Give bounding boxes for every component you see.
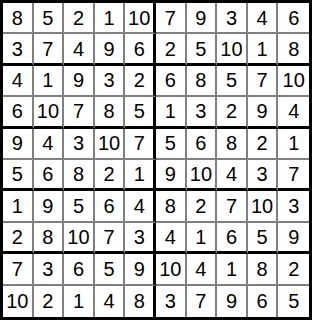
- cell-r6c4[interactable]: 2: [95, 160, 126, 191]
- cell-r1c6[interactable]: 7: [156, 3, 187, 34]
- cell-r3c9[interactable]: 7: [248, 66, 279, 97]
- cell-r1c4[interactable]: 1: [95, 3, 126, 34]
- cell-r5c4[interactable]: 10: [95, 129, 126, 160]
- cell-r8c5[interactable]: 3: [125, 223, 156, 254]
- cell-r10c1[interactable]: 10: [3, 286, 34, 317]
- cell-r7c4[interactable]: 6: [95, 191, 126, 222]
- cell-r4c3[interactable]: 7: [64, 97, 95, 128]
- cell-r5c5[interactable]: 7: [125, 129, 156, 160]
- cell-r10c6[interactable]: 3: [156, 286, 187, 317]
- cell-r2c8[interactable]: 10: [217, 34, 248, 65]
- cell-r9c10[interactable]: 2: [278, 254, 309, 285]
- cell-r2c6[interactable]: 2: [156, 34, 187, 65]
- cell-r6c3[interactable]: 8: [64, 160, 95, 191]
- cell-r2c3[interactable]: 4: [64, 34, 95, 65]
- cell-r6c2[interactable]: 6: [34, 160, 65, 191]
- cell-r9c8[interactable]: 1: [217, 254, 248, 285]
- cell-r9c1[interactable]: 7: [3, 254, 34, 285]
- cell-r2c9[interactable]: 1: [248, 34, 279, 65]
- cell-r4c7[interactable]: 3: [187, 97, 218, 128]
- cell-r3c8[interactable]: 5: [217, 66, 248, 97]
- cell-r8c6[interactable]: 4: [156, 223, 187, 254]
- cell-r6c6[interactable]: 9: [156, 160, 187, 191]
- cell-r10c3[interactable]: 1: [64, 286, 95, 317]
- cell-r1c1[interactable]: 8: [3, 3, 34, 34]
- cell-r2c10[interactable]: 8: [278, 34, 309, 65]
- cell-r10c9[interactable]: 6: [248, 286, 279, 317]
- cell-r1c7[interactable]: 9: [187, 3, 218, 34]
- cell-r8c7[interactable]: 1: [187, 223, 218, 254]
- cell-r5c1[interactable]: 9: [3, 129, 34, 160]
- cell-r8c4[interactable]: 7: [95, 223, 126, 254]
- cell-r8c9[interactable]: 5: [248, 223, 279, 254]
- cell-r2c4[interactable]: 9: [95, 34, 126, 65]
- cell-r4c6[interactable]: 1: [156, 97, 187, 128]
- cell-r5c3[interactable]: 3: [64, 129, 95, 160]
- cell-r5c7[interactable]: 6: [187, 129, 218, 160]
- cell-r7c2[interactable]: 9: [34, 191, 65, 222]
- cell-r7c1[interactable]: 1: [3, 191, 34, 222]
- cell-r3c1[interactable]: 4: [3, 66, 34, 97]
- cell-r8c3[interactable]: 10: [64, 223, 95, 254]
- cell-r7c3[interactable]: 5: [64, 191, 95, 222]
- cell-r3c5[interactable]: 2: [125, 66, 156, 97]
- cell-r2c1[interactable]: 3: [3, 34, 34, 65]
- cell-r9c2[interactable]: 3: [34, 254, 65, 285]
- cell-r7c9[interactable]: 10: [248, 191, 279, 222]
- cell-r9c9[interactable]: 8: [248, 254, 279, 285]
- cell-r1c8[interactable]: 3: [217, 3, 248, 34]
- cell-r9c5[interactable]: 9: [125, 254, 156, 285]
- cell-r5c2[interactable]: 4: [34, 129, 65, 160]
- cell-r6c10[interactable]: 7: [278, 160, 309, 191]
- cell-r10c5[interactable]: 8: [125, 286, 156, 317]
- cell-r2c2[interactable]: 7: [34, 34, 65, 65]
- cell-r4c4[interactable]: 8: [95, 97, 126, 128]
- cell-r2c5[interactable]: 6: [125, 34, 156, 65]
- cell-r3c10[interactable]: 10: [278, 66, 309, 97]
- cell-r6c7[interactable]: 10: [187, 160, 218, 191]
- cell-r4c2[interactable]: 10: [34, 97, 65, 128]
- cell-r7c10[interactable]: 3: [278, 191, 309, 222]
- cell-r10c10[interactable]: 5: [278, 286, 309, 317]
- cell-r10c4[interactable]: 4: [95, 286, 126, 317]
- cell-r8c10[interactable]: 9: [278, 223, 309, 254]
- cell-r8c2[interactable]: 8: [34, 223, 65, 254]
- cell-r9c4[interactable]: 5: [95, 254, 126, 285]
- cell-r4c5[interactable]: 5: [125, 97, 156, 128]
- cell-r3c6[interactable]: 6: [156, 66, 187, 97]
- cell-r9c7[interactable]: 4: [187, 254, 218, 285]
- cell-r5c9[interactable]: 2: [248, 129, 279, 160]
- cell-r8c8[interactable]: 6: [217, 223, 248, 254]
- cell-r5c10[interactable]: 1: [278, 129, 309, 160]
- cell-r1c10[interactable]: 6: [278, 3, 309, 34]
- cell-r6c1[interactable]: 5: [3, 160, 34, 191]
- cell-r1c9[interactable]: 4: [248, 3, 279, 34]
- cell-r7c6[interactable]: 8: [156, 191, 187, 222]
- cell-r7c7[interactable]: 2: [187, 191, 218, 222]
- cell-r1c5[interactable]: 10: [125, 3, 156, 34]
- cell-r4c10[interactable]: 4: [278, 97, 309, 128]
- cell-r4c9[interactable]: 9: [248, 97, 279, 128]
- cell-r10c7[interactable]: 7: [187, 286, 218, 317]
- cell-r8c1[interactable]: 2: [3, 223, 34, 254]
- sudoku-board: 8521107934637496251018419326857106107851…: [0, 0, 312, 320]
- cell-r4c1[interactable]: 6: [3, 97, 34, 128]
- cell-r6c5[interactable]: 1: [125, 160, 156, 191]
- cell-r7c8[interactable]: 7: [217, 191, 248, 222]
- cell-r6c9[interactable]: 3: [248, 160, 279, 191]
- cell-r7c5[interactable]: 4: [125, 191, 156, 222]
- cell-r9c6[interactable]: 10: [156, 254, 187, 285]
- cell-r1c3[interactable]: 2: [64, 3, 95, 34]
- cell-r4c8[interactable]: 2: [217, 97, 248, 128]
- cell-r2c7[interactable]: 5: [187, 34, 218, 65]
- cell-r3c4[interactable]: 3: [95, 66, 126, 97]
- cell-r3c2[interactable]: 1: [34, 66, 65, 97]
- cell-r6c8[interactable]: 4: [217, 160, 248, 191]
- cell-r10c8[interactable]: 9: [217, 286, 248, 317]
- cell-r5c8[interactable]: 8: [217, 129, 248, 160]
- cell-r3c7[interactable]: 8: [187, 66, 218, 97]
- cell-r3c3[interactable]: 9: [64, 66, 95, 97]
- cell-r5c6[interactable]: 5: [156, 129, 187, 160]
- cell-r9c3[interactable]: 6: [64, 254, 95, 285]
- cell-r10c2[interactable]: 2: [34, 286, 65, 317]
- cell-r1c2[interactable]: 5: [34, 3, 65, 34]
